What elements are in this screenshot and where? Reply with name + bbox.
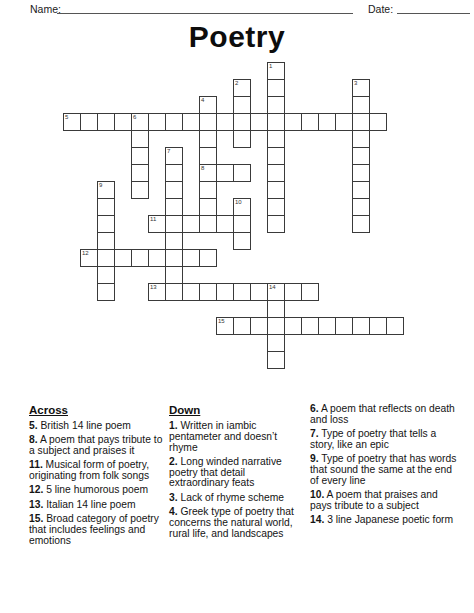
grid-cell-r1c10[interactable]: 2 — [233, 79, 251, 97]
grid-cell-r11c6[interactable] — [165, 249, 183, 267]
grid-cell-r3c3[interactable] — [114, 113, 132, 131]
grid-cell-r10c10[interactable] — [233, 232, 251, 250]
clue-8: 8. A poem that pays tribute to a subject… — [29, 435, 166, 457]
clue-4: 4. Greek type of poetry that concerns th… — [169, 507, 308, 539]
grid-cell-r13c6[interactable] — [165, 283, 183, 301]
grid-cell-r6c17[interactable] — [352, 164, 370, 182]
grid-cell-r4c8[interactable] — [199, 130, 217, 148]
clue-9: 9. Type of poetry that has words that so… — [310, 454, 462, 486]
grid-cell-r9c12[interactable] — [267, 215, 285, 233]
grid-cell-r12c2[interactable] — [97, 266, 115, 284]
clue-number-3: 3 — [354, 80, 357, 87]
grid-cell-r2c8[interactable]: 4 — [199, 96, 217, 114]
grid-cell-r15c19[interactable] — [386, 317, 404, 335]
grid-cell-r3c1[interactable] — [80, 113, 98, 131]
grid-cell-r6c9[interactable] — [216, 164, 234, 182]
grid-cell-r7c2[interactable]: 9 — [97, 181, 115, 199]
down-clue-list-1: 1. Written in iambic pentameter and does… — [169, 421, 308, 539]
grid-cell-r10c6[interactable] — [165, 232, 183, 250]
grid-cell-r13c11[interactable] — [250, 283, 268, 301]
clue-number-14: 14 — [269, 284, 276, 291]
down-clues-column-1: Down 1. Written in iambic pentameter and… — [169, 404, 308, 543]
grid-cell-r15c16[interactable] — [335, 317, 353, 335]
grid-cell-r11c5[interactable] — [148, 249, 166, 267]
down-clue-list-2: 6. A poem that reflects on death and los… — [310, 404, 462, 526]
grid-cell-r13c2[interactable] — [97, 283, 115, 301]
grid-cell-r8c8[interactable] — [199, 198, 217, 216]
grid-cell-r8c10[interactable]: 10 — [233, 198, 251, 216]
grid-cell-r9c2[interactable] — [97, 215, 115, 233]
clue-11: 11. Musical form of poetry, originating … — [29, 460, 166, 482]
clue-13: 13. Italian 14 line poem — [29, 500, 166, 511]
clue-number-12: 12 — [82, 250, 89, 257]
grid-cell-r4c17[interactable] — [352, 130, 370, 148]
grid-cell-r9c5[interactable]: 11 — [148, 215, 166, 233]
grid-cell-r1c17[interactable]: 3 — [352, 79, 370, 97]
clue-number-15: 15 — [218, 318, 225, 325]
grid-cell-r13c5[interactable]: 13 — [148, 283, 166, 301]
grid-cell-r6c10[interactable] — [233, 164, 251, 182]
crossword-grid: 123456789101112131415 — [63, 62, 404, 369]
grid-cell-r15c10[interactable] — [233, 317, 251, 335]
grid-cell-r1c12[interactable] — [267, 79, 285, 97]
grid-cell-r13c13[interactable] — [284, 283, 302, 301]
grid-cell-r8c17[interactable] — [352, 198, 370, 216]
clue-number-5: 5 — [65, 114, 68, 121]
down-header: Down — [169, 404, 308, 416]
name-field-line[interactable] — [57, 2, 353, 14]
grid-cell-r16c12[interactable] — [267, 334, 285, 352]
clue-3: 3. Lack of rhyme scheme — [169, 493, 308, 504]
grid-cell-r5c4[interactable] — [131, 147, 149, 165]
grid-cell-r6c12[interactable] — [267, 164, 285, 182]
grid-cell-r15c14[interactable] — [301, 317, 319, 335]
clue-number-11: 11 — [150, 216, 156, 223]
clue-7: 7. Type of poetry that tells a story, li… — [310, 429, 462, 451]
grid-cell-r3c2[interactable] — [97, 113, 115, 131]
grid-cell-r3c5[interactable] — [148, 113, 166, 131]
grid-cell-r10c2[interactable] — [97, 232, 115, 250]
clue-2: 2. Long winded narrative poetry that det… — [169, 457, 308, 489]
clue-15: 15. Broad category of poetry that includ… — [29, 514, 166, 546]
clue-number-4: 4 — [201, 97, 204, 104]
grid-cell-r6c6[interactable] — [165, 164, 183, 182]
grid-cell-r9c8[interactable] — [199, 215, 217, 233]
clue-number-9: 9 — [99, 182, 102, 189]
grid-cell-r7c17[interactable] — [352, 181, 370, 199]
down-clues-column-2: 6. A poem that reflects on death and los… — [310, 404, 462, 529]
grid-cell-r6c4[interactable] — [131, 164, 149, 182]
across-clues-column: Across 5. British 14 line poem8. A poem … — [29, 404, 166, 550]
grid-cell-r15c11[interactable] — [250, 317, 268, 335]
grid-cell-r2c12[interactable] — [267, 96, 285, 114]
grid-cell-r9c9[interactable] — [216, 215, 234, 233]
grid-cell-r3c9[interactable] — [216, 113, 234, 131]
grid-cell-r13c7[interactable] — [182, 283, 200, 301]
grid-cell-r11c4[interactable] — [131, 249, 149, 267]
grid-cell-r3c17[interactable] — [352, 113, 370, 131]
grid-cell-r15c15[interactable] — [318, 317, 336, 335]
grid-cell-r4c10[interactable] — [233, 130, 251, 148]
grid-cell-r14c12[interactable] — [267, 300, 285, 318]
grid-cell-r17c12[interactable] — [267, 351, 285, 369]
grid-cell-r8c12[interactable] — [267, 198, 285, 216]
grid-cell-r15c13[interactable] — [284, 317, 302, 335]
grid-cell-r11c3[interactable] — [114, 249, 132, 267]
grid-cell-r15c17[interactable] — [352, 317, 370, 335]
grid-cell-r9c10[interactable] — [233, 215, 251, 233]
date-label: Date: — [368, 3, 393, 15]
clue-14: 14. 3 line Japanese poetic form — [310, 515, 462, 526]
grid-cell-r7c8[interactable] — [199, 181, 217, 199]
grid-cell-r3c8[interactable] — [199, 113, 217, 131]
grid-cell-r6c8[interactable]: 8 — [199, 164, 217, 182]
page-title: Poetry — [0, 20, 474, 54]
grid-cell-r2c17[interactable] — [352, 96, 370, 114]
grid-cell-r3c13[interactable] — [284, 113, 302, 131]
grid-cell-r3c0[interactable]: 5 — [63, 113, 81, 131]
clue-number-8: 8 — [201, 165, 204, 172]
clue-10: 10. A poem that praises and pays tribute… — [310, 490, 462, 512]
grid-cell-r5c12[interactable] — [267, 147, 285, 165]
grid-cell-r9c17[interactable] — [352, 215, 370, 233]
grid-cell-r11c2[interactable] — [97, 249, 115, 267]
grid-cell-r11c8[interactable] — [199, 249, 217, 267]
grid-cell-r2c10[interactable] — [233, 96, 251, 114]
grid-cell-r11c7[interactable] — [182, 249, 200, 267]
grid-cell-r7c12[interactable] — [267, 181, 285, 199]
grid-cell-r13c10[interactable] — [233, 283, 251, 301]
grid-cell-r3c10[interactable] — [233, 113, 251, 131]
clue-number-10: 10 — [235, 199, 242, 206]
grid-cell-r3c12[interactable] — [267, 113, 285, 131]
grid-cell-r15c9[interactable]: 15 — [216, 317, 234, 335]
grid-cell-r5c8[interactable] — [199, 147, 217, 165]
grid-cell-r8c2[interactable] — [97, 198, 115, 216]
grid-cell-r3c11[interactable] — [250, 113, 268, 131]
clue-5: 5. British 14 line poem — [29, 421, 166, 432]
grid-cell-r5c6[interactable]: 7 — [165, 147, 183, 165]
grid-cell-r15c12[interactable] — [267, 317, 285, 335]
grid-cell-r4c12[interactable] — [267, 130, 285, 148]
grid-cell-r12c6[interactable] — [165, 266, 183, 284]
grid-cell-r13c14[interactable] — [301, 283, 319, 301]
grid-cell-r3c14[interactable] — [301, 113, 319, 131]
clue-number-13: 13 — [150, 284, 157, 291]
grid-cell-r3c6[interactable] — [165, 113, 183, 131]
grid-cell-r9c6[interactable] — [165, 215, 183, 233]
grid-cell-r7c6[interactable] — [165, 181, 183, 199]
clue-1: 1. Written in iambic pentameter and does… — [169, 421, 308, 453]
grid-cell-r3c18[interactable] — [369, 113, 387, 131]
grid-cell-r4c4[interactable] — [131, 130, 149, 148]
grid-cell-r5c17[interactable] — [352, 147, 370, 165]
date-field-line[interactable] — [397, 2, 470, 14]
grid-cell-r3c16[interactable] — [335, 113, 353, 131]
grid-cell-r8c6[interactable] — [165, 198, 183, 216]
grid-cell-r9c7[interactable] — [182, 215, 200, 233]
clue-number-6: 6 — [133, 114, 136, 121]
grid-cell-r13c8[interactable] — [199, 283, 217, 301]
across-clue-list: 5. British 14 line poem8. A poem that pa… — [29, 421, 166, 546]
grid-cell-r3c4[interactable]: 6 — [131, 113, 149, 131]
grid-cell-r3c15[interactable] — [318, 113, 336, 131]
grid-cell-r0c12[interactable]: 1 — [267, 62, 285, 80]
grid-cell-r13c12[interactable]: 14 — [267, 283, 285, 301]
grid-cell-r3c7[interactable] — [182, 113, 200, 131]
grid-cell-r7c4[interactable] — [131, 181, 149, 199]
clue-number-7: 7 — [167, 148, 170, 155]
clue-number-2: 2 — [235, 80, 238, 87]
grid-cell-r13c9[interactable] — [216, 283, 234, 301]
grid-cell-r11c1[interactable]: 12 — [80, 249, 98, 267]
across-header: Across — [29, 404, 166, 416]
clue-number-1: 1 — [269, 63, 272, 70]
grid-cell-r15c18[interactable] — [369, 317, 387, 335]
clue-6: 6. A poem that reflects on death and los… — [310, 404, 462, 426]
clue-12: 12. 5 line humorous poem — [29, 485, 166, 496]
